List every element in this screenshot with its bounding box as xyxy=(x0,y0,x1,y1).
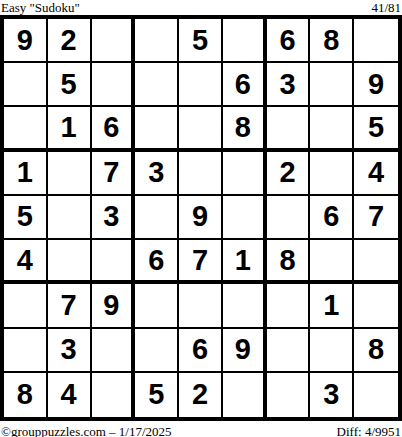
cell-r8c3[interactable] xyxy=(92,329,136,373)
cell-r1c1[interactable]: 9 xyxy=(4,19,48,63)
cell-r9c8[interactable]: 3 xyxy=(310,373,354,417)
cell-r1c2[interactable]: 2 xyxy=(48,19,92,63)
copyright-date: ©grouppuzzles.com – 1/17/2025 xyxy=(1,425,172,437)
cell-r8c5[interactable]: 6 xyxy=(179,329,223,373)
cell-r2c5[interactable] xyxy=(179,63,223,107)
cell-r2c2[interactable]: 5 xyxy=(48,63,92,107)
cell-r3c8[interactable] xyxy=(310,107,354,151)
cell-r9c5[interactable]: 2 xyxy=(179,373,223,417)
cell-r7c5[interactable] xyxy=(179,284,223,328)
cell-r6c5[interactable]: 7 xyxy=(179,240,223,284)
cell-r3c5[interactable] xyxy=(179,107,223,151)
cell-r8c9[interactable]: 8 xyxy=(354,329,398,373)
cell-r4c7[interactable]: 2 xyxy=(267,152,311,196)
cell-r2c3[interactable] xyxy=(92,63,136,107)
cell-r7c2[interactable]: 7 xyxy=(48,284,92,328)
cell-r1c9[interactable] xyxy=(354,19,398,63)
cell-r6c7[interactable]: 8 xyxy=(267,240,311,284)
cell-r4c4[interactable]: 3 xyxy=(135,152,179,196)
cell-r5c9[interactable]: 7 xyxy=(354,196,398,240)
cell-r5c1[interactable]: 5 xyxy=(4,196,48,240)
cell-r3c7[interactable] xyxy=(267,107,311,151)
cell-r9c2[interactable]: 4 xyxy=(48,373,92,417)
cell-r9c3[interactable] xyxy=(92,373,136,417)
cell-r3c3[interactable]: 6 xyxy=(92,107,136,151)
cell-r1c3[interactable] xyxy=(92,19,136,63)
cell-r1c4[interactable] xyxy=(135,19,179,63)
cell-r7c8[interactable]: 1 xyxy=(310,284,354,328)
cell-r5c8[interactable]: 6 xyxy=(310,196,354,240)
cell-r4c6[interactable] xyxy=(223,152,267,196)
cell-r7c1[interactable] xyxy=(4,284,48,328)
cell-r8c1[interactable] xyxy=(4,329,48,373)
cell-r5c2[interactable] xyxy=(48,196,92,240)
cell-r8c7[interactable] xyxy=(267,329,311,373)
cell-r7c7[interactable] xyxy=(267,284,311,328)
cell-r3c9[interactable]: 5 xyxy=(354,107,398,151)
cell-r9c9[interactable] xyxy=(354,373,398,417)
cell-r6c9[interactable] xyxy=(354,240,398,284)
cell-r2c7[interactable]: 3 xyxy=(267,63,311,107)
cell-r5c5[interactable]: 9 xyxy=(179,196,223,240)
cell-r4c3[interactable]: 7 xyxy=(92,152,136,196)
cell-r4c9[interactable]: 4 xyxy=(354,152,398,196)
cell-r5c3[interactable]: 3 xyxy=(92,196,136,240)
cell-r7c9[interactable] xyxy=(354,284,398,328)
puzzle-title: Easy "Sudoku" xyxy=(1,1,80,14)
difficulty-rating: Diff: 4/9951 xyxy=(337,425,401,437)
cell-r1c8[interactable]: 8 xyxy=(310,19,354,63)
footer: ©grouppuzzles.com – 1/17/2025 Diff: 4/99… xyxy=(0,421,402,437)
cell-r7c6[interactable] xyxy=(223,284,267,328)
header: Easy "Sudoku" 41/81 xyxy=(0,0,402,15)
cell-r9c7[interactable] xyxy=(267,373,311,417)
cell-r8c4[interactable] xyxy=(135,329,179,373)
cell-r2c8[interactable] xyxy=(310,63,354,107)
cell-r2c6[interactable]: 6 xyxy=(223,63,267,107)
cell-r4c8[interactable] xyxy=(310,152,354,196)
cell-r6c1[interactable]: 4 xyxy=(4,240,48,284)
cell-r6c3[interactable] xyxy=(92,240,136,284)
sudoku-grid: 9256856391685173245396746718791369884523 xyxy=(0,15,402,421)
cell-r9c1[interactable]: 8 xyxy=(4,373,48,417)
cell-r8c6[interactable]: 9 xyxy=(223,329,267,373)
cell-r4c2[interactable] xyxy=(48,152,92,196)
cell-r5c4[interactable] xyxy=(135,196,179,240)
cell-r5c7[interactable] xyxy=(267,196,311,240)
cell-r7c3[interactable]: 9 xyxy=(92,284,136,328)
cell-r7c4[interactable] xyxy=(135,284,179,328)
cell-r4c5[interactable] xyxy=(179,152,223,196)
cell-r5c6[interactable] xyxy=(223,196,267,240)
cell-r6c8[interactable] xyxy=(310,240,354,284)
cell-r4c1[interactable]: 1 xyxy=(4,152,48,196)
cell-r6c4[interactable]: 6 xyxy=(135,240,179,284)
cells-counter: 41/81 xyxy=(371,1,401,14)
cell-r2c9[interactable]: 9 xyxy=(354,63,398,107)
cell-r3c6[interactable]: 8 xyxy=(223,107,267,151)
cell-r1c6[interactable] xyxy=(223,19,267,63)
cell-r6c2[interactable] xyxy=(48,240,92,284)
cell-r3c1[interactable] xyxy=(4,107,48,151)
cell-r1c5[interactable]: 5 xyxy=(179,19,223,63)
cell-r2c1[interactable] xyxy=(4,63,48,107)
cell-r2c4[interactable] xyxy=(135,63,179,107)
cell-r3c2[interactable]: 1 xyxy=(48,107,92,151)
cell-r8c2[interactable]: 3 xyxy=(48,329,92,373)
cell-r1c7[interactable]: 6 xyxy=(267,19,311,63)
cell-r9c6[interactable] xyxy=(223,373,267,417)
cell-r3c4[interactable] xyxy=(135,107,179,151)
cell-r8c8[interactable] xyxy=(310,329,354,373)
cell-r9c4[interactable]: 5 xyxy=(135,373,179,417)
cell-r6c6[interactable]: 1 xyxy=(223,240,267,284)
